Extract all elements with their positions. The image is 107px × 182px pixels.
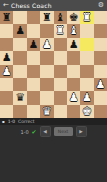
- square-e3[interactable]: [54, 78, 67, 91]
- status-message: Correct: [18, 118, 34, 125]
- piece-black-rook: ♜: [42, 11, 52, 24]
- square-f1[interactable]: [67, 105, 80, 118]
- square-d6[interactable]: ♟: [40, 38, 53, 51]
- square-g1[interactable]: ♚: [80, 105, 93, 118]
- square-d3[interactable]: [40, 78, 53, 91]
- piece-black-pawn: ♟: [2, 51, 12, 64]
- settings-gear-icon[interactable]: ⚙: [95, 0, 104, 11]
- chess-coach-app: ← Chess Coach ⚙ ♜♜♝♚♜♟♜♝♟♟♟♟♟♟♛♟♟♛♚ ▪ 1-…: [0, 0, 107, 182]
- square-a3[interactable]: [0, 78, 13, 91]
- square-f4[interactable]: [67, 65, 80, 78]
- square-g5[interactable]: [80, 51, 93, 64]
- square-h7[interactable]: [94, 24, 107, 37]
- square-e1[interactable]: [54, 105, 67, 118]
- piece-black-pawn: ♟: [15, 24, 25, 37]
- square-f6[interactable]: ♟: [67, 38, 80, 51]
- square-a4[interactable]: ♟: [0, 65, 13, 78]
- square-e5[interactable]: [54, 51, 67, 64]
- square-b2[interactable]: ♛: [13, 91, 26, 104]
- square-d2[interactable]: [40, 91, 53, 104]
- square-d8[interactable]: ♜: [40, 11, 53, 24]
- square-b3[interactable]: [13, 78, 26, 91]
- square-e7[interactable]: ♜: [54, 24, 67, 37]
- controls-row: 1-0 ✔ ◀ Next ▶: [0, 125, 107, 138]
- piece-white-pawn: ♟: [2, 65, 12, 78]
- piece-white-pawn: ♟: [95, 78, 105, 91]
- piece-white-pawn: ♟: [69, 91, 79, 104]
- status-result: 1-0: [8, 118, 15, 125]
- piece-white-king: ♚: [82, 105, 92, 118]
- piece-black-rook: ♜: [2, 11, 12, 24]
- square-f8[interactable]: ♚: [67, 11, 80, 24]
- square-h6[interactable]: [94, 38, 107, 51]
- square-e8[interactable]: ♝: [54, 11, 67, 24]
- square-f2[interactable]: ♟: [67, 91, 80, 104]
- back-arrow-icon[interactable]: ←: [3, 0, 11, 11]
- square-d5[interactable]: [40, 51, 53, 64]
- square-f7[interactable]: ♝: [67, 24, 80, 37]
- square-g8[interactable]: ♜: [80, 11, 93, 24]
- square-d7[interactable]: [40, 24, 53, 37]
- square-g3[interactable]: [80, 78, 93, 91]
- square-b8[interactable]: [13, 11, 26, 24]
- square-h4[interactable]: [94, 65, 107, 78]
- square-e2[interactable]: [54, 91, 67, 104]
- piece-black-queen: ♛: [15, 91, 25, 104]
- status-bar: ▪ 1-0 Correct: [0, 118, 107, 125]
- forward-move-button[interactable]: ▶: [76, 126, 87, 137]
- square-c3[interactable]: [27, 78, 40, 91]
- square-b7[interactable]: ♟: [13, 24, 26, 37]
- square-f5[interactable]: [67, 51, 80, 64]
- status-bullet-icon: ▪: [2, 118, 5, 125]
- app-bar: ← Chess Coach ⚙: [0, 0, 107, 11]
- square-g6[interactable]: [80, 38, 93, 51]
- square-h8[interactable]: [94, 11, 107, 24]
- piece-black-pawn: ♟: [69, 38, 79, 51]
- empty-area: [0, 138, 107, 182]
- square-a6[interactable]: [0, 38, 13, 51]
- result-label: 1-0: [20, 129, 28, 135]
- square-a8[interactable]: ♜: [0, 11, 13, 24]
- square-f3[interactable]: [67, 78, 80, 91]
- correct-check-icon: ✔: [32, 128, 37, 135]
- square-a7[interactable]: [0, 24, 13, 37]
- app-title: Chess Coach: [11, 2, 95, 9]
- square-c4[interactable]: [27, 65, 40, 78]
- square-g7[interactable]: [80, 24, 93, 37]
- square-d4[interactable]: [40, 65, 53, 78]
- square-c6[interactable]: ♟: [27, 38, 40, 51]
- piece-black-pawn: ♟: [29, 38, 39, 51]
- square-g2[interactable]: ♟: [80, 91, 93, 104]
- square-b6[interactable]: [13, 38, 26, 51]
- square-b1[interactable]: [13, 105, 26, 118]
- square-c8[interactable]: [27, 11, 40, 24]
- prev-move-button[interactable]: ◀: [40, 126, 51, 137]
- square-a2[interactable]: [0, 91, 13, 104]
- square-a5[interactable]: ♟: [0, 51, 13, 64]
- square-a1[interactable]: [0, 105, 13, 118]
- piece-white-rook: ♜: [55, 24, 65, 37]
- square-d1[interactable]: ♛: [40, 105, 53, 118]
- piece-white-rook: ♜: [82, 11, 92, 24]
- square-c7[interactable]: [27, 24, 40, 37]
- square-h2[interactable]: [94, 91, 107, 104]
- square-b5[interactable]: [13, 51, 26, 64]
- piece-white-pawn: ♟: [82, 91, 92, 104]
- next-button[interactable]: Next: [54, 127, 73, 136]
- square-c5[interactable]: [27, 51, 40, 64]
- piece-black-bishop: ♝: [55, 11, 65, 24]
- piece-white-pawn: ♟: [42, 38, 52, 51]
- piece-white-bishop: ♝: [69, 24, 79, 37]
- square-h5[interactable]: [94, 51, 107, 64]
- square-c2[interactable]: [27, 91, 40, 104]
- square-h3[interactable]: ♟: [94, 78, 107, 91]
- piece-black-king: ♚: [69, 11, 79, 24]
- piece-white-queen: ♛: [42, 105, 52, 118]
- square-g4[interactable]: [80, 65, 93, 78]
- square-c1[interactable]: [27, 105, 40, 118]
- square-e6[interactable]: [54, 38, 67, 51]
- chess-board[interactable]: ♜♜♝♚♜♟♜♝♟♟♟♟♟♟♛♟♟♛♚: [0, 11, 107, 118]
- square-h1[interactable]: [94, 105, 107, 118]
- square-b4[interactable]: [13, 65, 26, 78]
- square-e4[interactable]: [54, 65, 67, 78]
